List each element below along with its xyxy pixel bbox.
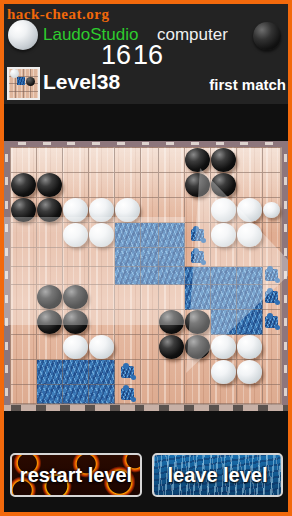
black-stone — [185, 173, 210, 197]
board-cell[interactable] — [211, 335, 237, 360]
water-cell[interactable] — [159, 223, 185, 248]
board-cell[interactable] — [159, 385, 185, 404]
thumb-water-cell-icon — [17, 77, 25, 85]
player-white-stone-icon — [8, 20, 38, 50]
board-cell[interactable] — [159, 148, 185, 173]
board-cell[interactable] — [237, 173, 263, 198]
board-cell[interactable] — [211, 198, 237, 223]
board-cell[interactable] — [11, 173, 37, 198]
board-cell[interactable] — [89, 223, 115, 248]
board-cell[interactable] — [89, 198, 115, 223]
board-cell[interactable] — [263, 335, 281, 360]
white-stone — [89, 223, 114, 247]
thumb-black-stone-icon — [26, 77, 35, 86]
level-label: Level38 — [43, 70, 120, 94]
board-cell[interactable] — [115, 148, 141, 173]
opponent-black-stone-icon — [253, 22, 281, 50]
player-score: 16 — [101, 40, 131, 71]
white-stone — [237, 198, 262, 222]
board-cell[interactable] — [141, 335, 159, 360]
white-stone — [211, 335, 236, 359]
water-cell[interactable] — [237, 310, 263, 335]
app-screen: hack-cheat.org LaudoStudio computer 16 1… — [0, 0, 292, 516]
puzzle-water-icon — [191, 229, 204, 241]
board-cell[interactable] — [89, 248, 115, 267]
board-cell[interactable] — [37, 267, 63, 286]
board-cell[interactable] — [185, 360, 211, 385]
board-cell[interactable] — [159, 198, 185, 223]
water-cell[interactable] — [159, 248, 185, 267]
board-cell[interactable] — [63, 148, 89, 173]
water-cell[interactable] — [37, 360, 63, 385]
board-cell[interactable] — [115, 385, 141, 404]
board-cell[interactable] — [185, 223, 211, 248]
white-stone — [89, 335, 114, 359]
puzzle-water-icon — [121, 366, 134, 378]
black-stone — [63, 285, 88, 309]
opponent-name: computer — [157, 25, 228, 45]
board-cell[interactable] — [159, 173, 185, 198]
board-cell[interactable] — [263, 385, 281, 404]
board-border-stitches-left — [5, 147, 8, 405]
restart-level-button[interactable]: restart level — [10, 453, 142, 497]
white-stone — [211, 360, 236, 384]
board-cell[interactable] — [63, 173, 89, 198]
water-cell[interactable] — [211, 310, 237, 335]
opponent-score: 16 — [133, 40, 163, 71]
black-stone — [37, 310, 62, 334]
board-cell[interactable] — [185, 198, 211, 223]
board-border-stitches-right — [284, 147, 287, 405]
board-cell[interactable] — [11, 223, 37, 248]
board-cell[interactable] — [115, 198, 141, 223]
board-cell[interactable] — [211, 360, 237, 385]
board-cell[interactable] — [263, 248, 281, 267]
water-cell[interactable] — [141, 267, 159, 286]
board-cell[interactable] — [159, 335, 185, 360]
board-cell[interactable] — [37, 248, 63, 267]
board-cell[interactable] — [115, 360, 141, 385]
board-cell[interactable] — [185, 310, 211, 335]
puzzle-water-icon — [191, 251, 204, 263]
board-cell[interactable] — [141, 198, 159, 223]
board-cell[interactable] — [185, 335, 211, 360]
leave-level-button[interactable]: leave level — [152, 453, 283, 497]
board-cell[interactable] — [11, 310, 37, 335]
board-cell[interactable] — [63, 310, 89, 335]
board-cell[interactable] — [115, 335, 141, 360]
water-cell[interactable] — [159, 267, 185, 286]
white-stone — [237, 223, 262, 247]
board-cell[interactable] — [63, 267, 89, 286]
board-cell[interactable] — [237, 148, 263, 173]
board-cell[interactable] — [185, 385, 211, 404]
black-stone — [185, 148, 210, 172]
board-cell[interactable] — [159, 310, 185, 335]
board-border-stitches-bottom — [4, 405, 288, 411]
board-cell[interactable] — [159, 360, 185, 385]
water-cell[interactable] — [89, 385, 115, 404]
board-cell[interactable] — [141, 385, 159, 404]
board-cell[interactable] — [211, 223, 237, 248]
board-cell[interactable] — [37, 223, 63, 248]
water-cell[interactable] — [211, 285, 237, 310]
board-cell[interactable] — [263, 173, 281, 198]
board-cell[interactable] — [263, 267, 281, 286]
board-cell[interactable] — [89, 310, 115, 335]
black-stone — [37, 198, 62, 222]
board-cell[interactable] — [11, 285, 37, 310]
black-stone — [11, 198, 36, 222]
small-white-stone — [263, 202, 280, 218]
black-stone — [159, 335, 184, 359]
water-cell[interactable] — [237, 285, 263, 310]
board-cell[interactable] — [185, 148, 211, 173]
match-status-label: first match — [209, 76, 286, 93]
board-cell[interactable] — [141, 148, 159, 173]
board-cell[interactable] — [63, 198, 89, 223]
level-thumbnail-icon — [7, 67, 40, 100]
white-stone — [211, 223, 236, 247]
board-cell[interactable] — [11, 335, 37, 360]
black-stone — [185, 310, 210, 334]
board-cell[interactable] — [237, 248, 263, 267]
white-stone — [115, 198, 140, 222]
water-cell[interactable] — [63, 360, 89, 385]
board-cell[interactable] — [115, 310, 141, 335]
puzzle-water-icon — [265, 291, 278, 303]
white-stone — [237, 335, 262, 359]
board-cell[interactable] — [263, 198, 281, 223]
black-stone — [37, 173, 62, 197]
white-stone — [63, 335, 88, 359]
board-cell[interactable] — [63, 335, 89, 360]
board-border-stitches-top — [10, 142, 282, 145]
game-board — [4, 141, 288, 411]
black-stone — [185, 335, 210, 359]
board-cell[interactable] — [159, 285, 185, 310]
board-cell[interactable] — [11, 198, 37, 223]
water-cell[interactable] — [237, 267, 263, 286]
black-stone — [211, 173, 236, 197]
water-cell[interactable] — [63, 385, 89, 404]
board-cell[interactable] — [141, 360, 159, 385]
board-cell[interactable] — [37, 148, 63, 173]
white-stone — [89, 198, 114, 222]
board-cell[interactable] — [37, 335, 63, 360]
board-cell[interactable] — [185, 173, 211, 198]
water-cell[interactable] — [185, 267, 211, 286]
board-cell[interactable] — [37, 173, 63, 198]
board-cell[interactable] — [263, 285, 281, 310]
water-cell[interactable] — [37, 385, 63, 404]
board-cell[interactable] — [237, 198, 263, 223]
white-stone — [63, 198, 88, 222]
water-cell[interactable] — [115, 267, 141, 286]
board-cell[interactable] — [11, 360, 37, 385]
water-cell[interactable] — [141, 248, 159, 267]
water-cell[interactable] — [185, 285, 211, 310]
black-stone — [37, 285, 62, 309]
board-cell[interactable] — [11, 385, 37, 404]
puzzle-water-icon — [121, 388, 134, 400]
board-cell[interactable] — [185, 248, 211, 267]
white-stone — [63, 223, 88, 247]
board-cell[interactable] — [115, 173, 141, 198]
water-cell[interactable] — [115, 248, 141, 267]
board-cell[interactable] — [141, 173, 159, 198]
score-header: hack-cheat.org LaudoStudio computer 16 1… — [4, 4, 288, 104]
board-cell[interactable] — [237, 223, 263, 248]
board-cell[interactable] — [211, 385, 237, 404]
white-stone — [237, 360, 262, 384]
board-cell[interactable] — [63, 223, 89, 248]
board-cell[interactable] — [89, 285, 115, 310]
board-cell[interactable] — [263, 310, 281, 335]
board-cell[interactable] — [237, 385, 263, 404]
board-cell[interactable] — [11, 248, 37, 267]
board-cell[interactable] — [89, 335, 115, 360]
board-cell[interactable] — [63, 248, 89, 267]
board-cell[interactable] — [141, 310, 159, 335]
board-cell[interactable] — [89, 148, 115, 173]
water-cell[interactable] — [141, 223, 159, 248]
board-cell[interactable] — [115, 285, 141, 310]
board-cell[interactable] — [263, 360, 281, 385]
puzzle-water-icon — [265, 316, 278, 328]
black-stone — [11, 173, 36, 197]
board-cell[interactable] — [211, 173, 237, 198]
white-stone — [211, 198, 236, 222]
board-cell[interactable] — [63, 285, 89, 310]
board-cell[interactable] — [37, 310, 63, 335]
water-cell[interactable] — [115, 223, 141, 248]
board-cell[interactable] — [211, 248, 237, 267]
board-cell[interactable] — [263, 223, 281, 248]
water-cell[interactable] — [89, 360, 115, 385]
board-cell[interactable] — [211, 148, 237, 173]
black-stone — [63, 310, 88, 334]
water-cell[interactable] — [211, 267, 237, 286]
board-cell[interactable] — [89, 267, 115, 286]
board-cell[interactable] — [141, 285, 159, 310]
board-cell[interactable] — [237, 335, 263, 360]
board-cell[interactable] — [37, 285, 63, 310]
board-cell[interactable] — [89, 173, 115, 198]
board-cell[interactable] — [11, 267, 37, 286]
puzzle-water-icon — [265, 269, 278, 281]
board-grid — [10, 147, 282, 405]
black-stone — [159, 310, 184, 334]
black-stone — [211, 148, 236, 172]
board-cell[interactable] — [11, 148, 37, 173]
board-cell[interactable] — [37, 198, 63, 223]
score-row: 16 16 — [101, 40, 163, 71]
board-cell[interactable] — [237, 360, 263, 385]
board-cell[interactable] — [263, 148, 281, 173]
